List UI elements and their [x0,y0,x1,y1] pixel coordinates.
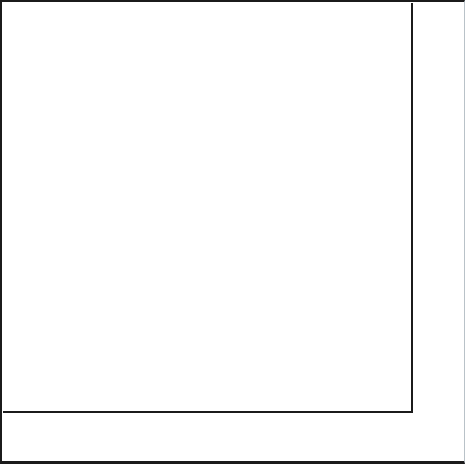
chess-board [3,3,413,413]
rank-labels [415,3,462,411]
chess-diagram [0,0,465,464]
file-labels [3,415,413,460]
